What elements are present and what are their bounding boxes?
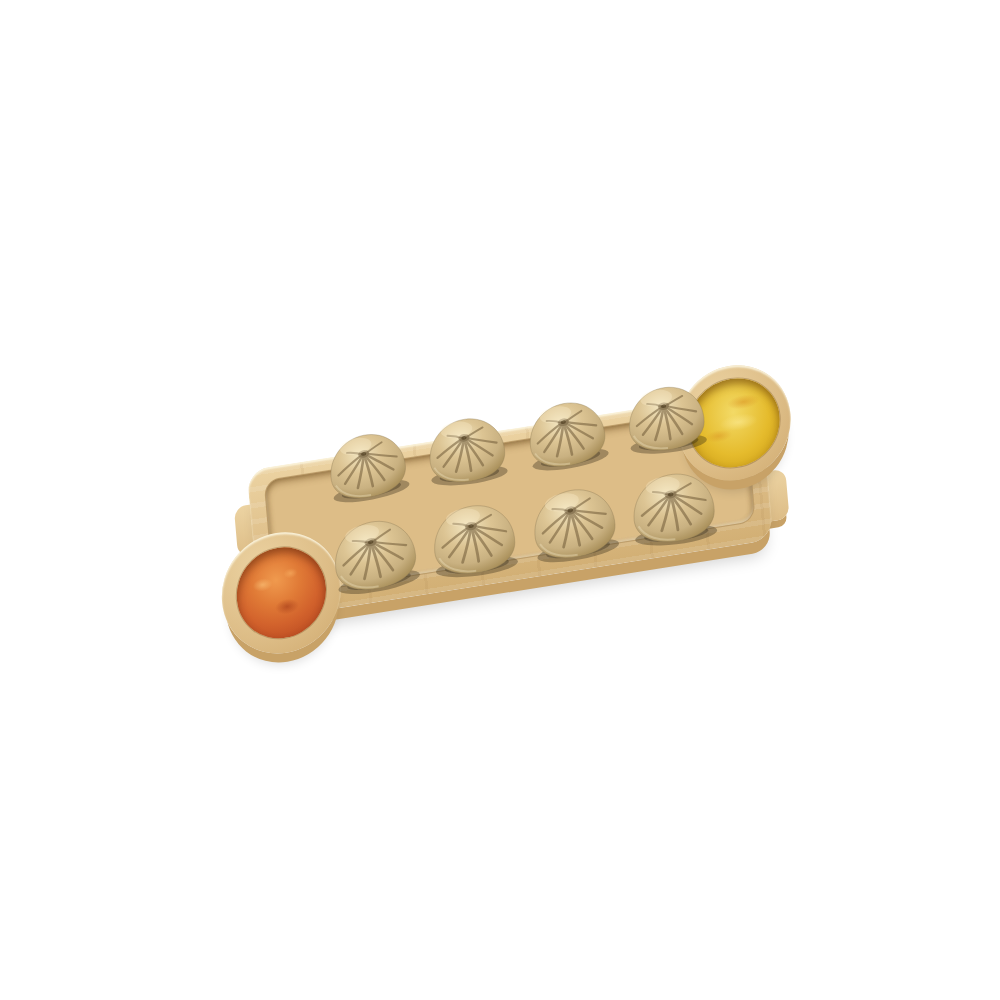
dumpling-piece bbox=[617, 369, 714, 459]
pit-r1-c2 bbox=[520, 470, 627, 572]
dumpling-piece bbox=[319, 499, 429, 603]
dumpling-piece bbox=[519, 468, 628, 570]
red-chutney bbox=[233, 541, 330, 645]
pit-r1-c3 bbox=[620, 455, 727, 557]
serving-board bbox=[247, 389, 774, 620]
dumpling-piece bbox=[315, 414, 417, 510]
page: { "game": "mancala-style momo serving bo… bbox=[0, 0, 1000, 1000]
dumpling-piece bbox=[422, 486, 527, 584]
pit-r1-c0 bbox=[321, 502, 428, 604]
dumpling-piece bbox=[515, 383, 616, 478]
pieces-grid bbox=[313, 378, 666, 603]
scene bbox=[0, 0, 1000, 1000]
dumpling-piece bbox=[417, 400, 515, 491]
pit-r1-c1 bbox=[421, 486, 528, 588]
pit-r0-c3 bbox=[613, 369, 720, 471]
dumpling-piece bbox=[621, 455, 725, 552]
pit-r0-c1 bbox=[413, 400, 520, 502]
